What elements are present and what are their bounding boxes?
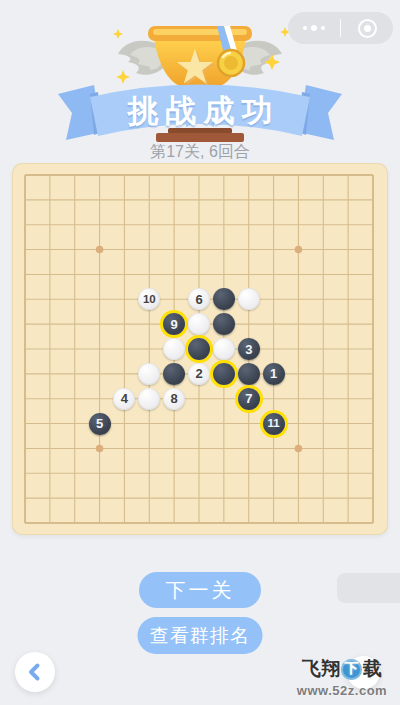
stone-white-8: 8 [163,388,185,410]
stone-black-11: 11 [263,413,285,435]
sparkle-icon [113,29,123,39]
stone-black-7: 7 [238,388,260,410]
stone-black [238,363,260,385]
stone-white [138,363,160,385]
stone-white [213,338,235,360]
stone-black [163,363,185,385]
stone-black [188,338,210,360]
watermark-url: www.52z.com [286,683,398,698]
watermark-logo-icon: 下 [341,659,362,680]
stones-grid: 1069321487511 [13,163,386,536]
chevron-left-icon [25,662,45,682]
stone-white-2: 2 [188,363,210,385]
group-ranking-button[interactable]: 查看群排名 [138,617,263,654]
stone-white [163,338,185,360]
stone-black-9: 9 [163,313,185,335]
stone-black-3: 3 [238,338,260,360]
minimize-button[interactable] [341,12,393,44]
mini-program-screen: 挑战成功 第17关, 6回合 1069321487511 下一关 查看群排名 飞… [0,0,400,705]
stone-black [213,288,235,310]
more-dots-icon [321,26,325,30]
level-round-info: 第17关, 6回合 [0,142,400,163]
more-dots-icon [303,26,307,30]
back-button[interactable] [15,652,55,692]
watermark: 飞翔下载 www.52z.com [286,656,398,698]
stone-white-10: 10 [138,288,160,310]
result-title: 挑战成功 [0,90,400,132]
wechat-capsule [288,12,393,44]
stone-white [238,288,260,310]
more-dots-icon [311,25,317,31]
record-circle-icon [358,19,377,38]
stone-black [213,363,235,385]
stone-black-1: 1 [263,363,285,385]
stone-white-4: 4 [113,388,135,410]
stone-black [213,313,235,335]
watermark-remnant [337,573,400,603]
stone-white [188,313,210,335]
stone-white-6: 6 [188,288,210,310]
watermark-brand: 飞翔下载 [286,656,398,682]
stone-black-5: 5 [89,413,111,435]
stone-white [138,388,160,410]
gomoku-board: 1069321487511 [12,163,388,535]
more-button[interactable] [288,12,340,44]
next-level-button[interactable]: 下一关 [139,572,261,608]
